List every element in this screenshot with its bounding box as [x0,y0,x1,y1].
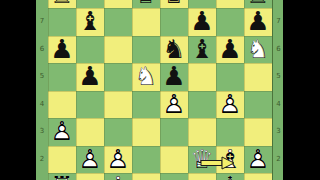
square-h6[interactable]: ♞♘ [244,36,272,64]
white-knight-outline: ♘ [132,63,160,91]
square-d5[interactable]: ♞♘ [132,63,160,91]
rank-label-7: 7 [36,8,48,36]
square-c5[interactable] [104,63,132,91]
white-knight[interactable]: ♞♘ [132,63,160,91]
move-arrow-annotation [200,156,236,170]
square-d6[interactable] [132,36,160,64]
white-king-outline: ♔ [216,173,244,180]
white-bishop-glyph: ♝ [104,173,132,180]
white-bishop[interactable]: ♝♗ [104,173,132,180]
rank-label-8: 8 [273,0,283,8]
board-grid: ♜♛♚♜♝♟♟♟♞♝♟♞♘♟♞♘♟♟♙♟♙♟♙♟♙♟♙♛♕♝♗♟♙♜♖♝♗♚♔ [48,0,272,180]
black-rook-glyph: ♜ [244,0,272,8]
rank-labels-right: 87654321 [272,0,283,180]
square-g6[interactable]: ♟ [216,36,244,64]
white-knight[interactable]: ♞♘ [244,36,272,64]
square-a1[interactable]: ♜♖ [48,173,76,180]
white-pawn-glyph: ♟ [216,91,244,119]
square-a8[interactable]: ♜ [48,0,76,8]
white-king-glyph: ♚ [216,173,244,180]
square-f5[interactable] [188,63,216,91]
square-e6[interactable]: ♞ [160,36,188,64]
white-knight-outline: ♘ [244,36,272,64]
square-h5[interactable] [244,63,272,91]
square-c4[interactable] [104,91,132,119]
black-pawn-glyph: ♟ [216,36,244,64]
black-pawn-glyph: ♟ [188,8,216,36]
black-queen-glyph: ♛ [132,0,160,8]
black-king-glyph: ♚ [160,0,188,8]
black-bishop-glyph: ♝ [76,8,104,36]
square-e3[interactable] [160,118,188,146]
square-b6[interactable] [76,36,104,64]
square-e5[interactable]: ♟ [160,63,188,91]
black-king[interactable]: ♚ [160,0,188,8]
rank-label-3: 3 [273,118,283,146]
white-pawn-glyph: ♟ [48,118,76,146]
white-rook[interactable]: ♜♖ [48,173,76,180]
square-b4[interactable] [76,91,104,119]
square-g4[interactable]: ♟♙ [216,91,244,119]
square-b1[interactable] [76,173,104,180]
black-pawn[interactable]: ♟ [48,36,76,64]
square-c1[interactable]: ♝♗ [104,173,132,180]
square-d7[interactable] [132,8,160,36]
black-pawn[interactable]: ♟ [244,8,272,36]
white-pawn[interactable]: ♟♙ [216,91,244,119]
square-a2[interactable] [48,146,76,174]
square-h8[interactable]: ♜ [244,0,272,8]
square-h4[interactable] [244,91,272,119]
black-pawn-glyph: ♟ [48,36,76,64]
white-rook-outline: ♖ [48,173,76,180]
square-c8[interactable] [104,0,132,8]
black-bishop-glyph: ♝ [188,36,216,64]
square-g3[interactable] [216,118,244,146]
square-c6[interactable] [104,36,132,64]
black-pawn[interactable]: ♟ [188,8,216,36]
square-a3[interactable]: ♟♙ [48,118,76,146]
black-knight-glyph: ♞ [160,36,188,64]
square-b3[interactable] [76,118,104,146]
white-pawn-outline: ♙ [76,146,104,174]
rank-label-2: 2 [36,146,48,174]
square-d8[interactable]: ♛ [132,0,160,8]
rank-label-3: 3 [36,118,48,146]
square-a4[interactable] [48,91,76,119]
white-pawn-glyph: ♟ [244,146,272,174]
black-queen[interactable]: ♛ [132,0,160,8]
square-h7[interactable]: ♟ [244,8,272,36]
square-g8[interactable] [216,0,244,8]
white-pawn[interactable]: ♟♙ [244,146,272,174]
rank-label-2: 2 [273,146,283,174]
black-rook-glyph: ♜ [48,0,76,8]
rank-label-6: 6 [273,36,283,64]
white-pawn[interactable]: ♟♙ [48,118,76,146]
black-pawn[interactable]: ♟ [216,36,244,64]
white-pawn-outline: ♙ [104,146,132,174]
white-pawn-outline: ♙ [244,146,272,174]
square-g7[interactable] [216,8,244,36]
rank-label-1: 1 [273,173,283,180]
rank-label-6: 6 [36,36,48,64]
square-b8[interactable] [76,0,104,8]
white-pawn-outline: ♙ [48,118,76,146]
black-bishop[interactable]: ♝ [188,36,216,64]
square-g1[interactable]: ♚♔ [216,173,244,180]
black-pawn[interactable]: ♟ [160,63,188,91]
white-pawn-glyph: ♟ [76,146,104,174]
chess-app-screen: 87654321 ♜♛♚♜♝♟♟♟♞♝♟♞♘♟♞♘♟♟♙♟♙♟♙♟♙♟♙♛♕♝♗… [0,0,320,180]
rank-label-8: 8 [36,0,48,8]
square-f7[interactable]: ♟ [188,8,216,36]
black-pawn-glyph: ♟ [160,63,188,91]
square-c7[interactable] [104,8,132,36]
square-b7[interactable]: ♝ [76,8,104,36]
square-f1[interactable] [188,173,216,180]
white-pawn[interactable]: ♟♙ [104,146,132,174]
square-f4[interactable] [188,91,216,119]
square-d2[interactable] [132,146,160,174]
square-d3[interactable] [132,118,160,146]
rank-label-5: 5 [273,63,283,91]
white-pawn[interactable]: ♟♙ [160,91,188,119]
black-pawn[interactable]: ♟ [76,63,104,91]
square-f3[interactable] [188,118,216,146]
rank-label-4: 4 [273,91,283,119]
white-king[interactable]: ♚♔ [216,173,244,180]
square-c3[interactable] [104,118,132,146]
black-rook[interactable]: ♜ [244,0,272,8]
white-knight-glyph: ♞ [244,36,272,64]
square-e1[interactable] [160,173,188,180]
white-knight-glyph: ♞ [132,63,160,91]
rank-label-5: 5 [36,63,48,91]
rank-label-4: 4 [36,91,48,119]
square-a6[interactable]: ♟ [48,36,76,64]
square-f6[interactable]: ♝ [188,36,216,64]
square-h1[interactable] [244,173,272,180]
white-bishop-outline: ♗ [104,173,132,180]
square-d4[interactable] [132,91,160,119]
white-pawn[interactable]: ♟♙ [76,146,104,174]
black-rook[interactable]: ♜ [48,0,76,8]
square-a7[interactable] [48,8,76,36]
square-g5[interactable] [216,63,244,91]
chess-board: 87654321 ♜♛♚♜♝♟♟♟♞♝♟♞♘♟♞♘♟♟♙♟♙♟♙♟♙♟♙♛♕♝♗… [36,0,283,180]
square-f8[interactable] [188,0,216,8]
black-knight[interactable]: ♞ [160,36,188,64]
square-d1[interactable] [132,173,160,180]
white-pawn-glyph: ♟ [104,146,132,174]
square-a5[interactable] [48,63,76,91]
square-b5[interactable]: ♟ [76,63,104,91]
square-h3[interactable] [244,118,272,146]
black-pawn-glyph: ♟ [244,8,272,36]
square-e4[interactable]: ♟♙ [160,91,188,119]
black-pawn-glyph: ♟ [76,63,104,91]
square-e2[interactable] [160,146,188,174]
white-rook-glyph: ♜ [48,173,76,180]
black-bishop[interactable]: ♝ [76,8,104,36]
square-c2[interactable]: ♟♙ [104,146,132,174]
rank-label-7: 7 [273,8,283,36]
rank-label-1: 1 [36,173,48,180]
square-b2[interactable]: ♟♙ [76,146,104,174]
square-e7[interactable] [160,8,188,36]
white-pawn-outline: ♙ [216,91,244,119]
square-h2[interactable]: ♟♙ [244,146,272,174]
white-pawn-outline: ♙ [160,91,188,119]
white-pawn-glyph: ♟ [160,91,188,119]
square-e8[interactable]: ♚ [160,0,188,8]
